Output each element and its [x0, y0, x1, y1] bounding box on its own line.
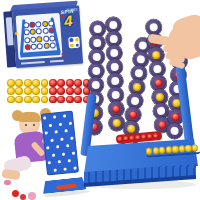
red-disc — [74, 79, 82, 87]
child-eye — [33, 124, 35, 126]
empty-slot — [170, 126, 179, 135]
board-hole — [72, 164, 78, 172]
kids-board-grid — [41, 111, 79, 176]
empty-slot — [110, 63, 119, 72]
box-art-ring — [36, 28, 42, 34]
mini-dot — [69, 38, 73, 42]
red-disc — [153, 133, 159, 139]
empty-slot — [156, 106, 165, 115]
empty-slot — [93, 39, 102, 48]
yellow-disc — [24, 96, 32, 104]
box-art-ring — [36, 21, 42, 27]
mini-dot — [75, 43, 79, 47]
red-disc — [128, 110, 138, 120]
box-title-number: 4 — [56, 13, 81, 29]
floor-toy — [28, 192, 36, 200]
yellow-disc — [41, 96, 49, 104]
yellow-disc — [32, 79, 40, 87]
empty-slot — [92, 53, 101, 62]
yellow-disc — [7, 87, 15, 95]
box-art-ring — [42, 28, 48, 34]
box-art-grid — [23, 19, 56, 51]
empty-slot — [93, 25, 102, 34]
floor-disc — [20, 194, 26, 200]
product-box: SPIN 4 N-883 — [3, 0, 85, 69]
red-disc — [171, 112, 180, 121]
ring-slot — [166, 122, 183, 139]
box-art-ring — [37, 43, 43, 49]
red-disc — [129, 135, 135, 141]
red-disc — [141, 134, 147, 140]
box-art-ring — [49, 35, 55, 41]
box-front: SPIN 4 N-883 — [12, 5, 83, 68]
yellow-disc — [7, 96, 15, 104]
yellow-disc — [24, 79, 32, 87]
yellow-disc — [7, 79, 15, 87]
yellow-disc — [192, 145, 199, 152]
yellow-disc — [172, 146, 179, 153]
child-eye — [25, 124, 27, 126]
red-disc — [57, 87, 65, 95]
box-art-ring — [48, 20, 54, 26]
yellow-disc — [159, 147, 166, 154]
yellow-disc — [32, 87, 40, 95]
box-art-ring — [43, 35, 49, 41]
empty-slot — [130, 96, 140, 106]
box-art-ring — [43, 43, 49, 49]
red-disc — [158, 120, 167, 129]
red-disc — [49, 87, 57, 95]
floor-disc — [12, 190, 19, 197]
yellow-disc — [185, 145, 192, 152]
pointing-hand — [147, 16, 200, 70]
spinner-column-2 — [105, 18, 125, 130]
red-disc — [66, 96, 74, 104]
red-disc — [74, 87, 82, 95]
yellow-disc — [41, 87, 49, 95]
red-disc — [49, 79, 57, 87]
empty-slot — [109, 21, 118, 30]
tray-row — [7, 87, 90, 95]
red-disc — [66, 79, 74, 87]
red-disc — [49, 96, 57, 104]
mini-dot — [75, 38, 79, 42]
tray-row — [7, 96, 90, 104]
disc-trays — [7, 79, 90, 104]
yellow-disc — [146, 148, 153, 155]
yellow-disc — [32, 96, 40, 104]
yellow-disc — [15, 87, 23, 95]
box-model-number: N-883 — [66, 7, 77, 13]
box-art-ring — [37, 36, 43, 42]
yellow-disc — [41, 79, 49, 87]
yellow-disc — [179, 146, 186, 153]
red-disc — [154, 78, 163, 87]
product-photo: SPIN 4 N-883 — [0, 0, 200, 200]
red-disc — [57, 79, 65, 87]
child-shoe — [4, 180, 11, 185]
empty-slot — [111, 77, 120, 86]
box-art-ring — [42, 20, 48, 26]
empty-slot — [92, 67, 101, 76]
box-fine-print — [21, 61, 45, 65]
yellow-disc — [165, 146, 172, 153]
yellow-disc — [126, 124, 136, 134]
yellow-disc — [15, 79, 23, 87]
box-art-ring — [49, 42, 55, 48]
red-disc — [117, 136, 123, 142]
red-disc — [74, 96, 82, 104]
mini-dot — [70, 43, 74, 47]
box-spine-art — [5, 17, 13, 45]
box-fine-print — [50, 60, 64, 63]
yellow-disc — [24, 87, 32, 95]
yellow-disc — [15, 96, 23, 104]
empty-slot — [110, 49, 119, 58]
red-disc — [135, 135, 141, 141]
empty-slot — [136, 55, 146, 65]
child-leg — [1, 169, 20, 180]
empty-slot — [91, 81, 100, 90]
yellow-disc — [152, 147, 159, 154]
red-disc — [66, 87, 74, 95]
confetti-dot — [61, 53, 64, 56]
empty-slot — [134, 68, 144, 78]
red-disc — [147, 134, 153, 140]
empty-slot — [109, 35, 118, 44]
box-art-ring — [48, 28, 54, 34]
yellow-disc — [155, 92, 164, 101]
box-mini-grid-icon — [68, 37, 80, 49]
yellow-disc — [132, 82, 142, 92]
red-disc — [112, 105, 121, 114]
red-disc — [123, 136, 129, 142]
empty-slot — [111, 91, 120, 100]
tray-row — [7, 79, 90, 87]
red-disc — [57, 96, 65, 104]
yellow-disc — [112, 119, 121, 128]
